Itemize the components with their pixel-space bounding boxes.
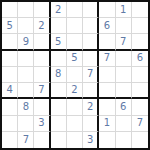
sudoku-cell[interactable] xyxy=(99,2,115,18)
sudoku-cell[interactable] xyxy=(2,132,18,148)
sudoku-cell[interactable]: 6 xyxy=(132,51,148,67)
sudoku-cell[interactable] xyxy=(99,67,115,83)
sudoku-cell[interactable]: 7 xyxy=(99,51,115,67)
sudoku-cell[interactable] xyxy=(34,51,50,67)
sudoku-cell[interactable] xyxy=(132,99,148,115)
sudoku-cell[interactable] xyxy=(67,2,83,18)
sudoku-cell[interactable] xyxy=(67,67,83,83)
sudoku-cell[interactable] xyxy=(99,99,115,115)
sudoku-cell[interactable] xyxy=(2,51,18,67)
sudoku-cell[interactable] xyxy=(132,18,148,34)
sudoku-cell[interactable] xyxy=(67,116,83,132)
sudoku-cell[interactable] xyxy=(99,34,115,50)
sudoku-cell[interactable] xyxy=(51,99,67,115)
sudoku-cell[interactable] xyxy=(83,2,99,18)
sudoku-cell[interactable] xyxy=(2,67,18,83)
sudoku-cell[interactable] xyxy=(2,34,18,50)
sudoku-cell[interactable] xyxy=(132,2,148,18)
sudoku-cell[interactable]: 8 xyxy=(18,99,34,115)
sudoku-cell[interactable] xyxy=(2,99,18,115)
sudoku-cell[interactable] xyxy=(83,18,99,34)
sudoku-cell[interactable] xyxy=(18,116,34,132)
sudoku-cell[interactable] xyxy=(116,116,132,132)
sudoku-cell[interactable] xyxy=(34,2,50,18)
sudoku-cell[interactable] xyxy=(18,2,34,18)
sudoku-cell[interactable] xyxy=(132,67,148,83)
sudoku-cell[interactable]: 7 xyxy=(116,34,132,50)
sudoku-cell[interactable] xyxy=(67,34,83,50)
sudoku-cell[interactable] xyxy=(51,18,67,34)
sudoku-cell[interactable]: 1 xyxy=(99,116,115,132)
sudoku-cell[interactable] xyxy=(83,51,99,67)
sudoku-cell[interactable]: 5 xyxy=(67,51,83,67)
sudoku-cell[interactable] xyxy=(99,132,115,148)
sudoku-cell[interactable] xyxy=(34,99,50,115)
sudoku-cell[interactable] xyxy=(34,34,50,50)
sudoku-cell[interactable] xyxy=(34,132,50,148)
sudoku-cell[interactable] xyxy=(18,51,34,67)
sudoku-cell[interactable]: 8 xyxy=(51,67,67,83)
sudoku-cell[interactable]: 7 xyxy=(132,116,148,132)
sudoku-cell[interactable] xyxy=(51,116,67,132)
sudoku-cell[interactable] xyxy=(99,83,115,99)
sudoku-cell[interactable] xyxy=(116,51,132,67)
sudoku-cell[interactable] xyxy=(18,18,34,34)
sudoku-cell[interactable] xyxy=(132,34,148,50)
sudoku-cell[interactable] xyxy=(51,83,67,99)
sudoku-cell[interactable]: 3 xyxy=(83,132,99,148)
sudoku-cell[interactable]: 2 xyxy=(51,2,67,18)
sudoku-cell[interactable] xyxy=(18,67,34,83)
sudoku-cell[interactable]: 2 xyxy=(83,99,99,115)
sudoku-cell[interactable] xyxy=(132,83,148,99)
sudoku-cell[interactable]: 7 xyxy=(18,132,34,148)
sudoku-cell[interactable] xyxy=(116,67,132,83)
sudoku-cell[interactable] xyxy=(51,132,67,148)
sudoku-cell[interactable]: 5 xyxy=(51,34,67,50)
sudoku-cell[interactable]: 3 xyxy=(34,116,50,132)
sudoku-board: 215269575768747282631773 xyxy=(0,0,150,150)
sudoku-cell[interactable] xyxy=(67,18,83,34)
sudoku-cell[interactable]: 2 xyxy=(34,18,50,34)
sudoku-cell[interactable] xyxy=(18,83,34,99)
sudoku-cell[interactable] xyxy=(116,83,132,99)
sudoku-cell[interactable] xyxy=(34,67,50,83)
sudoku-cell[interactable] xyxy=(116,132,132,148)
sudoku-cell[interactable]: 5 xyxy=(2,18,18,34)
sudoku-cell[interactable] xyxy=(51,51,67,67)
sudoku-cell[interactable]: 9 xyxy=(18,34,34,50)
sudoku-cell[interactable]: 6 xyxy=(99,18,115,34)
sudoku-cell[interactable] xyxy=(67,99,83,115)
sudoku-cell[interactable] xyxy=(116,18,132,34)
sudoku-cell[interactable]: 4 xyxy=(2,83,18,99)
sudoku-cell[interactable] xyxy=(83,116,99,132)
sudoku-cell[interactable]: 6 xyxy=(116,99,132,115)
sudoku-cell[interactable]: 1 xyxy=(116,2,132,18)
sudoku-cell[interactable] xyxy=(83,34,99,50)
sudoku-cell[interactable] xyxy=(132,132,148,148)
sudoku-cell[interactable] xyxy=(2,2,18,18)
sudoku-cell[interactable] xyxy=(2,116,18,132)
sudoku-cell[interactable]: 7 xyxy=(34,83,50,99)
sudoku-cell[interactable]: 2 xyxy=(67,83,83,99)
sudoku-cell[interactable] xyxy=(83,83,99,99)
sudoku-cell[interactable]: 7 xyxy=(83,67,99,83)
sudoku-cell[interactable] xyxy=(67,132,83,148)
